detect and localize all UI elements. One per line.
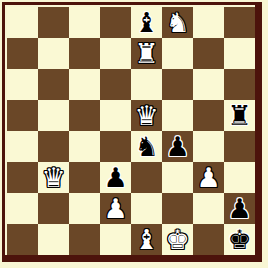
square-a4[interactable] — [7, 131, 38, 162]
piece-white-queen[interactable]: ♛ — [134, 100, 158, 131]
square-b1[interactable] — [38, 224, 69, 255]
square-a6[interactable] — [7, 69, 38, 100]
square-e1[interactable]: ♝ — [131, 224, 162, 255]
square-f5[interactable] — [162, 100, 193, 131]
square-d6[interactable] — [100, 69, 131, 100]
piece-white-pawn[interactable]: ♟ — [103, 193, 127, 224]
square-g6[interactable] — [193, 69, 224, 100]
square-f1[interactable]: ♚ — [162, 224, 193, 255]
piece-white-bishop[interactable]: ♝ — [134, 224, 158, 255]
square-c7[interactable] — [69, 38, 100, 69]
square-h3[interactable] — [224, 162, 255, 193]
square-a2[interactable] — [7, 193, 38, 224]
square-g2[interactable] — [193, 193, 224, 224]
square-g4[interactable] — [193, 131, 224, 162]
square-d3[interactable]: ♟ — [100, 162, 131, 193]
piece-black-knight[interactable]: ♞ — [134, 131, 158, 162]
square-b7[interactable] — [38, 38, 69, 69]
piece-black-bishop[interactable]: ♝ — [134, 7, 158, 38]
square-c8[interactable] — [69, 7, 100, 38]
piece-white-queen[interactable]: ♛ — [41, 162, 65, 193]
square-b5[interactable] — [38, 100, 69, 131]
square-a8[interactable] — [7, 7, 38, 38]
piece-white-rook[interactable]: ♜ — [134, 38, 158, 69]
square-b6[interactable] — [38, 69, 69, 100]
square-h2[interactable]: ♟ — [224, 193, 255, 224]
piece-black-pawn[interactable]: ♟ — [103, 162, 127, 193]
square-c3[interactable] — [69, 162, 100, 193]
square-c2[interactable] — [69, 193, 100, 224]
piece-black-rook[interactable]: ♜ — [227, 100, 251, 131]
chess-board[interactable]: ♝♞♜♛♜♞♟♛♟♟♟♟♝♚♚ — [7, 7, 255, 255]
square-h5[interactable]: ♜ — [224, 100, 255, 131]
square-h7[interactable] — [224, 38, 255, 69]
piece-white-knight[interactable]: ♞ — [165, 7, 189, 38]
square-g5[interactable] — [193, 100, 224, 131]
piece-black-pawn[interactable]: ♟ — [227, 193, 251, 224]
square-e2[interactable] — [131, 193, 162, 224]
square-b3[interactable]: ♛ — [38, 162, 69, 193]
square-d7[interactable] — [100, 38, 131, 69]
square-h1[interactable]: ♚ — [224, 224, 255, 255]
square-c6[interactable] — [69, 69, 100, 100]
square-g7[interactable] — [193, 38, 224, 69]
square-e7[interactable]: ♜ — [131, 38, 162, 69]
square-d5[interactable] — [100, 100, 131, 131]
square-f2[interactable] — [162, 193, 193, 224]
square-f4[interactable]: ♟ — [162, 131, 193, 162]
piece-black-pawn[interactable]: ♟ — [165, 131, 189, 162]
square-f8[interactable]: ♞ — [162, 7, 193, 38]
square-e8[interactable]: ♝ — [131, 7, 162, 38]
piece-black-king[interactable]: ♚ — [227, 224, 251, 255]
square-g1[interactable] — [193, 224, 224, 255]
square-f7[interactable] — [162, 38, 193, 69]
square-a7[interactable] — [7, 38, 38, 69]
square-g8[interactable] — [193, 7, 224, 38]
square-h4[interactable] — [224, 131, 255, 162]
piece-white-pawn[interactable]: ♟ — [196, 162, 220, 193]
square-f3[interactable] — [162, 162, 193, 193]
square-c5[interactable] — [69, 100, 100, 131]
square-f6[interactable] — [162, 69, 193, 100]
square-c4[interactable] — [69, 131, 100, 162]
square-d4[interactable] — [100, 131, 131, 162]
square-e3[interactable] — [131, 162, 162, 193]
square-b4[interactable] — [38, 131, 69, 162]
square-a5[interactable] — [7, 100, 38, 131]
square-c1[interactable] — [69, 224, 100, 255]
square-h6[interactable] — [224, 69, 255, 100]
square-g3[interactable]: ♟ — [193, 162, 224, 193]
square-e6[interactable] — [131, 69, 162, 100]
square-b8[interactable] — [38, 7, 69, 38]
square-h8[interactable] — [224, 7, 255, 38]
square-e5[interactable]: ♛ — [131, 100, 162, 131]
piece-white-king[interactable]: ♚ — [165, 224, 189, 255]
square-b2[interactable] — [38, 193, 69, 224]
square-d1[interactable] — [100, 224, 131, 255]
square-d8[interactable] — [100, 7, 131, 38]
chess-app-window: ♝♞♜♛♜♞♟♛♟♟♟♟♝♚♚ — [0, 0, 268, 268]
square-e4[interactable]: ♞ — [131, 131, 162, 162]
square-a3[interactable] — [7, 162, 38, 193]
square-a1[interactable] — [7, 224, 38, 255]
square-d2[interactable]: ♟ — [100, 193, 131, 224]
